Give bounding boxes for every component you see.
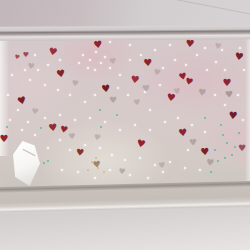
heart-confetti: ♥ <box>173 87 182 96</box>
photo-glitter-phone-case: ♥♥♥♥♥♥♥♥♥♥♥♥♥♥♥♥♥♥♥♥♥♥♥♥♥♥♥♥♥♥♥♥♥♥♥♥♥♥♥♥… <box>0 0 250 250</box>
heart-confetti: ♥ <box>214 42 222 51</box>
heart-confetti: ♥ <box>56 68 67 79</box>
heart-confetti: ♥ <box>142 84 151 94</box>
heart-confetti: ♥ <box>93 133 101 142</box>
heart-confetti: ♥ <box>14 53 21 60</box>
heart-confetti: ♥ <box>143 58 153 69</box>
heart-confetti: ♥ <box>133 99 141 108</box>
heart-confetti: ♥ <box>109 96 117 105</box>
heart-confetti: ♥ <box>234 51 244 62</box>
heart-confetti: ♥ <box>48 122 58 133</box>
heart-confetti: ♥ <box>205 158 214 168</box>
heart-confetti: ♥ <box>92 160 101 170</box>
heart-confetti: ♥ <box>200 147 210 158</box>
heart-confetti: ♥ <box>71 80 79 89</box>
heart-confetti: ♥ <box>31 108 39 117</box>
heart-confetti: ♥ <box>136 138 147 150</box>
heart-confetti: ♥ <box>238 144 246 153</box>
heart-confetti: ♥ <box>23 52 29 59</box>
heart-confetti: ♥ <box>76 148 85 158</box>
case-top-edge <box>0 25 250 41</box>
heart-confetti: ♥ <box>109 57 117 66</box>
heart-confetti: ♥ <box>27 63 35 72</box>
heart-confetti: ♥ <box>153 68 162 77</box>
heart-confetti: ♥ <box>189 138 198 148</box>
heart-confetti: ♥ <box>0 134 8 144</box>
heart-confetti: ♥ <box>178 128 188 139</box>
heart-confetti: ♥ <box>225 90 234 100</box>
heart-confetti: ♥ <box>48 46 59 57</box>
heart-confetti: ♥ <box>93 39 103 50</box>
heart-confetti: ♥ <box>184 77 194 88</box>
heart-confetti: ♥ <box>158 161 166 170</box>
heart-confetti: ♥ <box>101 84 111 95</box>
heart-confetti: ♥ <box>130 75 140 86</box>
heart-confetti: ♥ <box>118 168 126 177</box>
heart-confetti: ♥ <box>198 88 207 98</box>
heart-confetti: ♥ <box>228 111 238 122</box>
heart-confetti: ♥ <box>185 39 195 50</box>
heart-confetti: ♥ <box>16 95 27 107</box>
heart-confetti: ♥ <box>223 78 232 88</box>
heart-confetti: ♥ <box>68 133 76 142</box>
